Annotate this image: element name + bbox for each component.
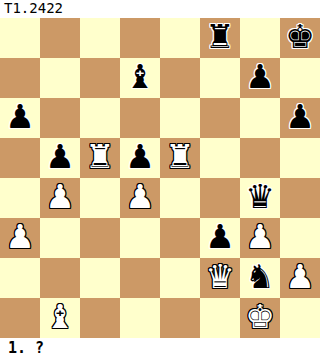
square-g8[interactable] [240,18,280,58]
white-pawn-g3[interactable]: ♟ [245,217,275,257]
black-bishop-d7[interactable]: ♝ [125,57,155,97]
black-king-h8[interactable]: ♚ [285,17,315,57]
square-d1[interactable] [120,298,160,338]
square-f6[interactable] [200,98,240,138]
square-h3[interactable] [280,218,320,258]
square-b3[interactable] [40,218,80,258]
square-e2[interactable] [160,258,200,298]
square-d6[interactable] [120,98,160,138]
square-a4[interactable] [0,178,40,218]
square-c4[interactable] [80,178,120,218]
square-a7[interactable] [0,58,40,98]
square-d5[interactable]: ♟ [120,138,160,178]
square-a6[interactable]: ♟ [0,98,40,138]
square-c6[interactable] [80,98,120,138]
square-c8[interactable] [80,18,120,58]
square-f4[interactable] [200,178,240,218]
black-pawn-g7[interactable]: ♟ [245,57,275,97]
square-b6[interactable] [40,98,80,138]
white-pawn-h2[interactable]: ♟ [285,257,315,297]
square-f5[interactable] [200,138,240,178]
square-b5[interactable]: ♟ [40,138,80,178]
square-c3[interactable] [80,218,120,258]
square-g6[interactable] [240,98,280,138]
square-c5[interactable]: ♜ [80,138,120,178]
square-g4[interactable]: ♛ [240,178,280,218]
black-pawn-f3[interactable]: ♟ [205,217,235,257]
square-h8[interactable]: ♚ [280,18,320,58]
square-a2[interactable] [0,258,40,298]
black-rook-f8[interactable]: ♜ [205,17,235,57]
black-knight-g2[interactable]: ♞ [245,257,275,297]
square-c1[interactable] [80,298,120,338]
square-g1[interactable]: ♚ [240,298,280,338]
square-d2[interactable] [120,258,160,298]
square-h7[interactable] [280,58,320,98]
square-b8[interactable] [40,18,80,58]
square-d8[interactable] [120,18,160,58]
square-g7[interactable]: ♟ [240,58,280,98]
white-bishop-b1[interactable]: ♝ [45,297,75,337]
white-rook-c5[interactable]: ♜ [85,137,115,177]
white-queen-f2[interactable]: ♛ [205,257,235,297]
black-pawn-d5[interactable]: ♟ [125,137,155,177]
square-g3[interactable]: ♟ [240,218,280,258]
square-a3[interactable]: ♟ [0,218,40,258]
square-h5[interactable] [280,138,320,178]
square-e1[interactable] [160,298,200,338]
black-pawn-a6[interactable]: ♟ [5,97,35,137]
square-b2[interactable] [40,258,80,298]
black-pawn-h6[interactable]: ♟ [285,97,315,137]
square-c7[interactable] [80,58,120,98]
square-d4[interactable]: ♟ [120,178,160,218]
square-c2[interactable] [80,258,120,298]
chess-board: ♜♚♝♟♟♟♟♜♟♜♟♟♛♟♟♟♛♞♟♝♚ [0,18,320,338]
white-pawn-a3[interactable]: ♟ [5,217,35,257]
square-g2[interactable]: ♞ [240,258,280,298]
square-e3[interactable] [160,218,200,258]
square-e6[interactable] [160,98,200,138]
square-e8[interactable] [160,18,200,58]
white-king-g1[interactable]: ♚ [245,297,275,337]
move-prompt: 1. ? [0,338,320,360]
square-h1[interactable] [280,298,320,338]
square-d7[interactable]: ♝ [120,58,160,98]
puzzle-title: T1.2422 [0,0,320,18]
black-pawn-b5[interactable]: ♟ [45,137,75,177]
square-h2[interactable]: ♟ [280,258,320,298]
square-h4[interactable] [280,178,320,218]
square-b7[interactable] [40,58,80,98]
white-rook-e5[interactable]: ♜ [165,137,195,177]
square-a8[interactable] [0,18,40,58]
square-e5[interactable]: ♜ [160,138,200,178]
square-f7[interactable] [200,58,240,98]
square-f2[interactable]: ♛ [200,258,240,298]
square-e7[interactable] [160,58,200,98]
square-a1[interactable] [0,298,40,338]
square-a5[interactable] [0,138,40,178]
white-pawn-b4[interactable]: ♟ [45,177,75,217]
square-d3[interactable] [120,218,160,258]
square-f8[interactable]: ♜ [200,18,240,58]
black-queen-g4[interactable]: ♛ [245,177,275,217]
square-h6[interactable]: ♟ [280,98,320,138]
square-f3[interactable]: ♟ [200,218,240,258]
white-pawn-d4[interactable]: ♟ [125,177,155,217]
square-b1[interactable]: ♝ [40,298,80,338]
square-g5[interactable] [240,138,280,178]
square-b4[interactable]: ♟ [40,178,80,218]
square-e4[interactable] [160,178,200,218]
square-f1[interactable] [200,298,240,338]
